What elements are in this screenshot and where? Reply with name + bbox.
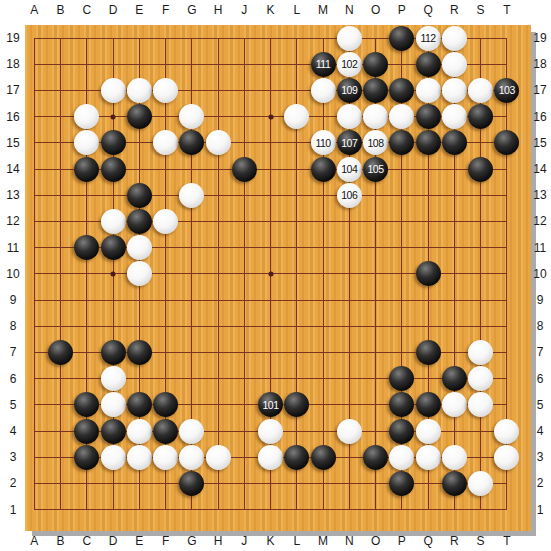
column-label-bottom: K (267, 534, 275, 548)
stone-black-Q15[interactable] (416, 130, 441, 155)
stone-white-R17[interactable] (442, 78, 467, 103)
move-number: 109 (341, 85, 357, 96)
stone-white-O16[interactable] (363, 104, 388, 129)
star-point (268, 271, 273, 276)
stone-black-O14[interactable]: 105 (363, 157, 388, 182)
row-label-right: 14 (533, 162, 546, 176)
column-label-top: T (503, 3, 510, 17)
row-label-left: 8 (10, 319, 17, 333)
stone-black-Q7[interactable] (416, 340, 441, 365)
row-label-left: 13 (6, 188, 19, 202)
stone-white-T4[interactable] (494, 419, 519, 444)
stone-white-G4[interactable] (179, 419, 204, 444)
grid-line-horizontal (34, 300, 508, 301)
row-label-left: 5 (10, 398, 17, 412)
row-label-left: 10 (6, 267, 19, 281)
stone-white-N19[interactable] (337, 26, 362, 51)
grid-line-horizontal (34, 326, 508, 327)
stone-black-E16[interactable] (127, 104, 152, 129)
go-board-diagram: AABBCCDDEEFFGGHHJJKKLLMMNNOOPPQQRRSSTT19… (0, 0, 551, 551)
grid-line-horizontal (34, 483, 508, 484)
move-number: 105 (368, 164, 384, 175)
row-label-left: 2 (10, 476, 17, 490)
stone-black-F4[interactable] (153, 419, 178, 444)
stone-black-D14[interactable] (101, 157, 126, 182)
stone-white-Q3[interactable] (416, 445, 441, 470)
row-label-left: 18 (6, 57, 19, 71)
column-label-bottom: L (293, 534, 300, 548)
column-label-bottom: S (477, 534, 485, 548)
row-label-right: 12 (533, 214, 546, 228)
stone-black-J14[interactable] (232, 157, 257, 182)
column-label-bottom: O (371, 534, 380, 548)
move-number: 108 (368, 138, 384, 149)
column-label-top: C (82, 3, 91, 17)
stone-white-G3[interactable] (179, 445, 204, 470)
column-label-top: N (345, 3, 354, 17)
stone-black-C14[interactable] (74, 157, 99, 182)
stone-black-M14[interactable] (311, 157, 336, 182)
stone-black-C4[interactable] (74, 419, 99, 444)
stone-black-Q16[interactable] (416, 104, 441, 129)
column-label-top: M (318, 3, 328, 17)
stone-black-E5[interactable] (127, 392, 152, 417)
grid-line-horizontal (34, 509, 508, 510)
column-label-top: H (214, 3, 223, 17)
stone-black-E7[interactable] (127, 340, 152, 365)
stone-white-Q17[interactable] (416, 78, 441, 103)
column-label-top: G (187, 3, 196, 17)
row-label-right: 7 (537, 345, 544, 359)
stone-black-Q5[interactable] (416, 392, 441, 417)
stone-black-D11[interactable] (101, 235, 126, 260)
stone-black-R15[interactable] (442, 130, 467, 155)
column-label-bottom: B (57, 534, 65, 548)
stone-white-D5[interactable] (101, 392, 126, 417)
column-label-top: A (30, 3, 38, 17)
column-label-top: S (477, 3, 485, 17)
stone-white-E10[interactable] (127, 261, 152, 286)
stone-white-R19[interactable] (442, 26, 467, 51)
stone-white-K3[interactable] (258, 445, 283, 470)
stone-white-R16[interactable] (442, 104, 467, 129)
row-label-left: 7 (10, 345, 17, 359)
column-label-top: L (293, 3, 300, 17)
stone-black-M3[interactable] (311, 445, 336, 470)
stone-black-Q18[interactable] (416, 52, 441, 77)
column-label-top: F (162, 3, 169, 17)
stone-black-D4[interactable] (101, 419, 126, 444)
row-label-left: 4 (10, 424, 17, 438)
stone-black-O3[interactable] (363, 445, 388, 470)
stone-white-R18[interactable] (442, 52, 467, 77)
stone-black-E13[interactable] (127, 183, 152, 208)
stone-white-E17[interactable] (127, 78, 152, 103)
stone-black-L3[interactable] (284, 445, 309, 470)
stone-white-G13[interactable] (179, 183, 204, 208)
column-label-bottom: H (214, 534, 223, 548)
move-number: 101 (263, 400, 279, 411)
column-label-top: B (57, 3, 65, 17)
row-label-left: 15 (6, 136, 19, 150)
star-point (268, 114, 273, 119)
stone-black-Q10[interactable] (416, 261, 441, 286)
column-label-bottom: M (318, 534, 328, 548)
row-label-left: 16 (6, 110, 19, 124)
stone-black-S16[interactable] (468, 104, 493, 129)
move-number: 112 (420, 33, 435, 44)
row-label-left: 9 (10, 293, 17, 307)
grid-line-vertical (323, 38, 324, 511)
row-label-left: 14 (6, 162, 19, 176)
stone-white-S6[interactable] (468, 366, 493, 391)
stone-black-N17[interactable]: 109 (337, 78, 362, 103)
stone-black-N15[interactable]: 107 (337, 130, 362, 155)
move-number: 102 (341, 59, 357, 70)
stone-white-D3[interactable] (101, 445, 126, 470)
column-label-bottom: Q (423, 534, 432, 548)
stone-black-C3[interactable] (74, 445, 99, 470)
row-label-right: 1 (537, 503, 544, 517)
stone-white-R5[interactable] (442, 392, 467, 417)
stone-white-D12[interactable] (101, 209, 126, 234)
move-number: 104 (341, 164, 357, 175)
stone-black-O17[interactable] (363, 78, 388, 103)
column-label-bottom: A (30, 534, 38, 548)
column-label-bottom: P (398, 534, 406, 548)
column-label-bottom: J (241, 534, 247, 548)
row-label-right: 9 (537, 293, 544, 307)
column-label-bottom: F (162, 534, 169, 548)
row-label-right: 15 (533, 136, 546, 150)
stone-white-F3[interactable] (153, 445, 178, 470)
row-label-right: 18 (533, 57, 546, 71)
stone-white-S7[interactable] (468, 340, 493, 365)
stone-black-R6[interactable] (442, 366, 467, 391)
star-point (111, 114, 116, 119)
row-label-right: 13 (533, 188, 546, 202)
stone-white-E4[interactable] (127, 419, 152, 444)
stone-black-O18[interactable] (363, 52, 388, 77)
move-number: 106 (341, 190, 357, 201)
row-label-left: 11 (7, 241, 19, 255)
row-label-right: 10 (533, 267, 546, 281)
row-label-left: 3 (10, 450, 17, 464)
stone-white-K4[interactable] (258, 419, 283, 444)
move-number: 103 (499, 85, 515, 96)
row-label-right: 6 (537, 372, 544, 386)
stone-black-M18[interactable]: 111 (311, 52, 336, 77)
column-label-top: P (398, 3, 406, 17)
stone-white-N13[interactable]: 106 (337, 183, 362, 208)
stone-white-F12[interactable] (153, 209, 178, 234)
stone-white-H3[interactable] (206, 445, 231, 470)
stone-white-T3[interactable] (494, 445, 519, 470)
row-label-left: 1 (10, 503, 17, 517)
stone-black-D7[interactable] (101, 340, 126, 365)
stone-white-F17[interactable] (153, 78, 178, 103)
column-label-bottom: D (109, 534, 118, 548)
stone-white-Q4[interactable] (416, 419, 441, 444)
stone-white-M17[interactable] (311, 78, 336, 103)
stone-white-H15[interactable] (206, 130, 231, 155)
stone-black-B7[interactable] (48, 340, 73, 365)
stone-white-S17[interactable] (468, 78, 493, 103)
row-label-right: 2 (537, 476, 544, 490)
column-label-top: Q (423, 3, 432, 17)
stone-white-N14[interactable]: 104 (337, 157, 362, 182)
stone-white-M15[interactable]: 110 (311, 130, 336, 155)
column-label-bottom: E (135, 534, 143, 548)
row-label-left: 17 (6, 83, 19, 97)
column-label-top: D (109, 3, 118, 17)
stone-black-P4[interactable] (389, 419, 414, 444)
stone-black-S14[interactable] (468, 157, 493, 182)
row-label-right: 3 (537, 450, 544, 464)
row-label-left: 6 (10, 372, 17, 386)
row-label-right: 19 (533, 31, 546, 45)
column-label-top: R (450, 3, 459, 17)
row-label-left: 12 (6, 214, 19, 228)
row-label-right: 8 (537, 319, 544, 333)
row-label-right: 11 (534, 241, 546, 255)
stone-white-S2[interactable] (468, 471, 493, 496)
row-label-right: 5 (537, 398, 544, 412)
move-number: 110 (315, 138, 330, 149)
stone-black-E12[interactable] (127, 209, 152, 234)
stone-white-R3[interactable] (442, 445, 467, 470)
stone-white-N4[interactable] (337, 419, 362, 444)
column-label-top: J (241, 3, 247, 17)
stone-black-R2[interactable] (442, 471, 467, 496)
stone-white-E3[interactable] (127, 445, 152, 470)
stone-black-D15[interactable] (101, 130, 126, 155)
stone-white-Q19[interactable]: 112 (416, 26, 441, 51)
row-label-right: 4 (537, 424, 544, 438)
column-label-bottom: G (187, 534, 196, 548)
stone-white-N18[interactable]: 102 (337, 52, 362, 77)
column-label-top: E (135, 3, 143, 17)
row-label-left: 19 (6, 31, 19, 45)
column-label-top: O (371, 3, 380, 17)
column-label-top: K (267, 3, 275, 17)
move-number: 107 (341, 138, 357, 149)
column-label-bottom: T (503, 534, 510, 548)
stone-white-N16[interactable] (337, 104, 362, 129)
stone-black-P19[interactable] (389, 26, 414, 51)
row-label-right: 17 (533, 83, 546, 97)
star-point (111, 271, 116, 276)
stone-white-D17[interactable] (101, 78, 126, 103)
column-label-bottom: C (82, 534, 91, 548)
stone-white-P3[interactable] (389, 445, 414, 470)
stone-white-D6[interactable] (101, 366, 126, 391)
column-label-bottom: R (450, 534, 459, 548)
column-label-bottom: N (345, 534, 354, 548)
move-number: 111 (316, 59, 330, 70)
row-label-right: 16 (533, 110, 546, 124)
stone-white-E11[interactable] (127, 235, 152, 260)
